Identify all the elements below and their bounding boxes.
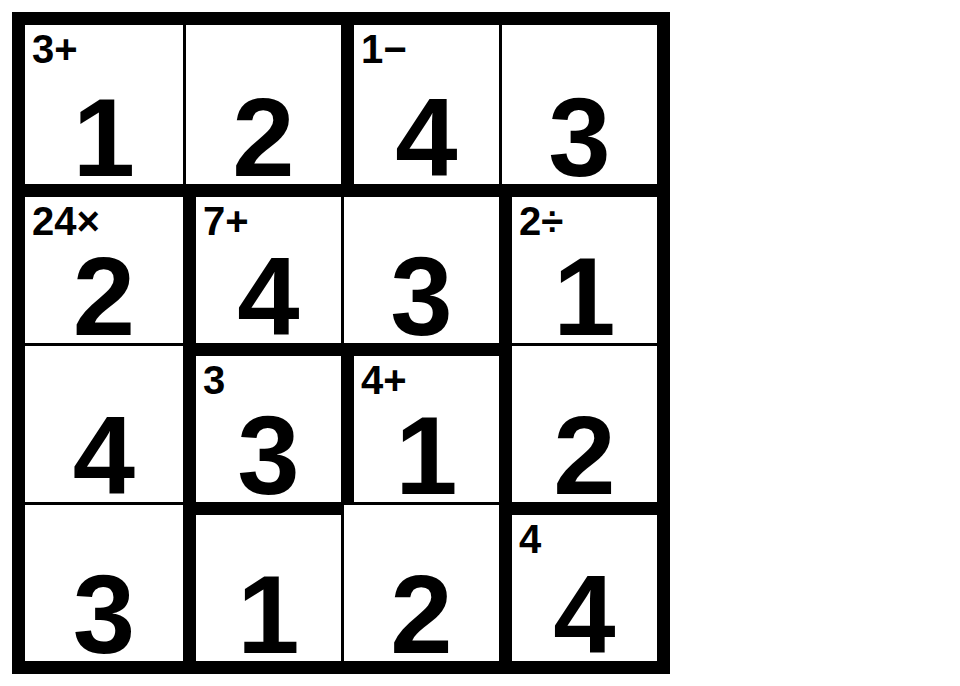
- cell-value: 4: [196, 241, 341, 353]
- cell-r4c2[interactable]: 1: [183, 502, 341, 661]
- cell-r1c1[interactable]: 3+ 1: [25, 25, 183, 184]
- kenken-grid: 3+ 1 2 1− 4 3 24× 2 7+ 4: [25, 25, 657, 661]
- cell-r1c2[interactable]: 2: [183, 25, 341, 184]
- cell-r3c4[interactable]: 2: [499, 343, 657, 502]
- cell-value: 3: [344, 241, 499, 353]
- cell-r3c1[interactable]: 4: [25, 343, 183, 502]
- cell-r1c3[interactable]: 1− 4: [341, 25, 499, 184]
- cell-r2c2[interactable]: 7+ 4: [183, 184, 341, 343]
- cell-value: 3: [196, 400, 341, 512]
- cell-value: 2: [25, 241, 183, 353]
- cell-value: 2: [512, 400, 657, 512]
- cell-r3c3[interactable]: 4+ 1: [341, 343, 499, 502]
- cell-r2c1[interactable]: 24× 2: [25, 184, 183, 343]
- cage-clue: 4: [519, 519, 541, 559]
- cell-value: 4: [512, 559, 657, 671]
- cell-r3c2[interactable]: 3 3: [183, 343, 341, 502]
- cell-value: 1: [196, 559, 341, 671]
- cage-clue: 3: [203, 360, 225, 400]
- cell-r1c4[interactable]: 3: [499, 25, 657, 184]
- cell-value: 2: [186, 82, 341, 194]
- cell-value: 2: [344, 559, 499, 671]
- cell-value: 1: [25, 82, 183, 194]
- cell-value: 3: [25, 559, 183, 671]
- cell-r2c3[interactable]: 3: [341, 184, 499, 343]
- cell-value: 4: [25, 400, 183, 512]
- cell-r2c4[interactable]: 2÷ 1: [499, 184, 657, 343]
- cell-r4c4[interactable]: 4 4: [499, 502, 657, 661]
- cell-value: 1: [512, 241, 657, 353]
- cell-value: 3: [502, 82, 657, 194]
- kenken-board: 3+ 1 2 1− 4 3 24× 2 7+ 4: [12, 12, 670, 674]
- page: 3+ 1 2 1− 4 3 24× 2 7+ 4: [0, 0, 960, 686]
- cage-clue: 1−: [361, 29, 407, 69]
- cage-clue: 3+: [32, 29, 78, 69]
- cell-value: 4: [354, 82, 499, 194]
- cell-value: 1: [354, 400, 499, 512]
- cell-r4c3[interactable]: 2: [341, 502, 499, 661]
- cell-r4c1[interactable]: 3: [25, 502, 183, 661]
